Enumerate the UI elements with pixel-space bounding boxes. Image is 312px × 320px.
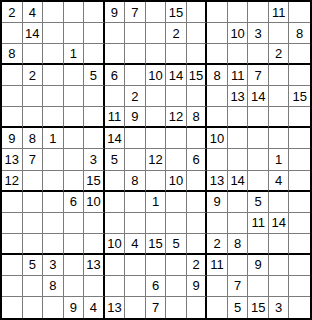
cell-r5c2-empty[interactable] [23,86,44,107]
cell-r3c6-empty[interactable] [105,44,126,65]
cell-r2c15-given-8[interactable]: 8 [289,23,310,44]
cell-r12c9-given-5[interactable]: 5 [166,234,187,255]
cell-r1c15-empty[interactable] [289,2,310,23]
cell-r4c1-empty[interactable] [2,65,23,86]
cell-r11c10-empty[interactable] [187,213,208,234]
cell-r13c11-given-11[interactable]: 11 [207,255,228,276]
cell-r5c12-given-13[interactable]: 13 [228,86,249,107]
cell-r3c15-empty[interactable] [289,44,310,65]
cell-r9c9-given-10[interactable]: 10 [166,171,187,192]
cell-r15c5-given-4[interactable]: 4 [84,297,105,318]
cell-r15c10-empty[interactable] [187,297,208,318]
cell-r3c7-empty[interactable] [125,44,146,65]
cell-r13c14-empty[interactable] [269,255,290,276]
cell-r9c5-given-15[interactable]: 15 [84,171,105,192]
cell-r1c3-empty[interactable] [43,2,64,23]
cell-r1c9-given-15[interactable]: 15 [166,2,187,23]
cell-r13c12-empty[interactable] [228,255,249,276]
cell-r14c7-empty[interactable] [125,276,146,297]
cell-r9c15-empty[interactable] [289,171,310,192]
cell-r10c14-empty[interactable] [269,192,290,213]
cell-r2c8-empty[interactable] [146,23,167,44]
cell-r14c12-given-7[interactable]: 7 [228,276,249,297]
cell-r8c12-empty[interactable] [228,149,249,170]
cell-r3c8-empty[interactable] [146,44,167,65]
cell-r11c5-empty[interactable] [84,213,105,234]
cell-r11c4-empty[interactable] [64,213,85,234]
cell-r8c9-empty[interactable] [166,149,187,170]
cell-r5c14-empty[interactable] [269,86,290,107]
sudoku-puzzle: 2497151114210388122561014158117213141511… [0,0,312,320]
cell-r4c4-empty[interactable] [64,65,85,86]
cell-r15c7-empty[interactable] [125,297,146,318]
cell-r3c2-empty[interactable] [23,44,44,65]
cell-r6c6-given-11[interactable]: 11 [105,107,126,128]
cell-r8c7-empty[interactable] [125,149,146,170]
cell-r5c10-empty[interactable] [187,86,208,107]
cell-r6c1-empty[interactable] [2,107,23,128]
cell-r4c10-given-15[interactable]: 15 [187,65,208,86]
cell-r10c7-empty[interactable] [125,192,146,213]
cell-r5c6-empty[interactable] [105,86,126,107]
cell-r9c12-given-14[interactable]: 14 [228,171,249,192]
cell-r9c2-empty[interactable] [23,171,44,192]
cell-r6c7-given-9[interactable]: 9 [125,107,146,128]
cell-r15c15-empty[interactable] [289,297,310,318]
cell-r7c14-empty[interactable] [269,128,290,149]
cell-r8c4-empty[interactable] [64,149,85,170]
cell-r4c3-empty[interactable] [43,65,64,86]
cell-r12c10-empty[interactable] [187,234,208,255]
cell-r2c2-given-14[interactable]: 14 [23,23,44,44]
cell-r13c4-empty[interactable] [64,255,85,276]
cell-r3c4-given-1[interactable]: 1 [64,44,85,65]
cell-r7c11-given-10[interactable]: 10 [207,128,228,149]
cell-r8c8-given-12[interactable]: 12 [146,149,167,170]
cell-r12c13-empty[interactable] [248,234,269,255]
cell-r5c3-empty[interactable] [43,86,64,107]
cell-r11c6-empty[interactable] [105,213,126,234]
cell-r4c12-given-11[interactable]: 11 [228,65,249,86]
cell-r2c1-empty[interactable] [2,23,23,44]
cell-r4c11-given-8[interactable]: 8 [207,65,228,86]
cell-r8c5-given-3[interactable]: 3 [84,149,105,170]
cell-r7c5-empty[interactable] [84,128,105,149]
cell-r11c13-given-11[interactable]: 11 [248,213,269,234]
cell-r3c13-empty[interactable] [248,44,269,65]
cell-r5c4-empty[interactable] [64,86,85,107]
cell-r5c8-empty[interactable] [146,86,167,107]
cell-r12c12-given-8[interactable]: 8 [228,234,249,255]
cell-r14c13-empty[interactable] [248,276,269,297]
cell-r10c4-given-6[interactable]: 6 [64,192,85,213]
cell-r9c13-empty[interactable] [248,171,269,192]
cell-r13c15-empty[interactable] [289,255,310,276]
cell-r3c14-given-2[interactable]: 2 [269,44,290,65]
cell-r14c14-empty[interactable] [269,276,290,297]
cell-r15c3-empty[interactable] [43,297,64,318]
cell-r15c4-given-9[interactable]: 9 [64,297,85,318]
cell-r1c10-empty[interactable] [187,2,208,23]
cell-r4c5-given-5[interactable]: 5 [84,65,105,86]
cell-r11c11-empty[interactable] [207,213,228,234]
cell-r2c3-empty[interactable] [43,23,64,44]
cell-r10c9-empty[interactable] [166,192,187,213]
cell-r10c15-empty[interactable] [289,192,310,213]
cell-r1c8-empty[interactable] [146,2,167,23]
cell-r11c1-empty[interactable] [2,213,23,234]
cell-r3c9-empty[interactable] [166,44,187,65]
cell-r7c6-given-14[interactable]: 14 [105,128,126,149]
cell-r7c10-empty[interactable] [187,128,208,149]
cell-r1c6-given-9[interactable]: 9 [105,2,126,23]
cell-r1c11-empty[interactable] [207,2,228,23]
cell-r11c7-empty[interactable] [125,213,146,234]
cell-r6c4-empty[interactable] [64,107,85,128]
sudoku-board: 2497151114210388122561014158117213141511… [0,0,312,320]
cell-r14c10-given-9[interactable]: 9 [187,276,208,297]
cell-r13c2-given-5[interactable]: 5 [23,255,44,276]
cell-r2c13-given-3[interactable]: 3 [248,23,269,44]
cell-r13c13-given-9[interactable]: 9 [248,255,269,276]
cell-r13c10-given-2[interactable]: 2 [187,255,208,276]
cell-r15c1-empty[interactable] [2,297,23,318]
cell-r9c6-empty[interactable] [105,171,126,192]
cell-r10c3-empty[interactable] [43,192,64,213]
cell-r11c14-given-14[interactable]: 14 [269,213,290,234]
cell-r6c9-given-12[interactable]: 12 [166,107,187,128]
cell-r13c5-given-13[interactable]: 13 [84,255,105,276]
cell-r7c4-empty[interactable] [64,128,85,149]
cell-r14c15-empty[interactable] [289,276,310,297]
cell-r7c7-empty[interactable] [125,128,146,149]
cell-r2c9-given-2[interactable]: 2 [166,23,187,44]
cell-r9c14-given-4[interactable]: 4 [269,171,290,192]
cell-r1c1-given-2[interactable]: 2 [2,2,23,23]
cell-r14c2-empty[interactable] [23,276,44,297]
cell-r14c5-empty[interactable] [84,276,105,297]
cell-r3c1-given-8[interactable]: 8 [2,44,23,65]
cell-r8c10-given-6[interactable]: 6 [187,149,208,170]
cell-r10c6-empty[interactable] [105,192,126,213]
cell-r5c11-empty[interactable] [207,86,228,107]
cell-r2c7-empty[interactable] [125,23,146,44]
cell-r8c15-empty[interactable] [289,149,310,170]
cell-r15c8-given-7[interactable]: 7 [146,297,167,318]
cell-r12c14-empty[interactable] [269,234,290,255]
cell-r12c3-empty[interactable] [43,234,64,255]
cell-r8c3-empty[interactable] [43,149,64,170]
cell-r11c12-empty[interactable] [228,213,249,234]
cell-r13c1-empty[interactable] [2,255,23,276]
cell-r12c4-empty[interactable] [64,234,85,255]
cell-r15c14-given-3[interactable]: 3 [269,297,290,318]
cell-r3c11-empty[interactable] [207,44,228,65]
cell-r7c8-empty[interactable] [146,128,167,149]
cell-r12c2-empty[interactable] [23,234,44,255]
cell-r12c8-given-15[interactable]: 15 [146,234,167,255]
cell-r9c3-empty[interactable] [43,171,64,192]
cell-r1c7-given-7[interactable]: 7 [125,2,146,23]
cell-r13c6-empty[interactable] [105,255,126,276]
cell-r10c12-empty[interactable] [228,192,249,213]
cell-r14c3-given-8[interactable]: 8 [43,276,64,297]
cell-r6c13-empty[interactable] [248,107,269,128]
cell-r15c9-empty[interactable] [166,297,187,318]
cell-r6c12-empty[interactable] [228,107,249,128]
cell-r15c13-given-15[interactable]: 15 [248,297,269,318]
cell-r12c7-given-4[interactable]: 4 [125,234,146,255]
cell-r5c7-given-2[interactable]: 2 [125,86,146,107]
cell-r14c6-empty[interactable] [105,276,126,297]
cell-r14c4-empty[interactable] [64,276,85,297]
cell-r1c12-empty[interactable] [228,2,249,23]
cell-r11c15-empty[interactable] [289,213,310,234]
cell-r3c5-empty[interactable] [84,44,105,65]
cell-r12c11-given-2[interactable]: 2 [207,234,228,255]
cell-r8c11-empty[interactable] [207,149,228,170]
cell-r7c1-given-9[interactable]: 9 [2,128,23,149]
cell-r1c5-empty[interactable] [84,2,105,23]
cell-r8c2-given-7[interactable]: 7 [23,149,44,170]
cell-r12c6-given-10[interactable]: 10 [105,234,126,255]
cell-r7c12-empty[interactable] [228,128,249,149]
cell-r15c6-given-13[interactable]: 13 [105,297,126,318]
cell-r4c2-given-2[interactable]: 2 [23,65,44,86]
cell-r11c3-empty[interactable] [43,213,64,234]
cell-r12c5-empty[interactable] [84,234,105,255]
cell-r13c3-given-3[interactable]: 3 [43,255,64,276]
cell-r2c12-given-10[interactable]: 10 [228,23,249,44]
cell-r6c10-given-8[interactable]: 8 [187,107,208,128]
cell-r2c4-empty[interactable] [64,23,85,44]
cell-r8c1-given-13[interactable]: 13 [2,149,23,170]
cell-r6c2-empty[interactable] [23,107,44,128]
cell-r8c13-empty[interactable] [248,149,269,170]
cell-r11c8-empty[interactable] [146,213,167,234]
cell-r11c2-empty[interactable] [23,213,44,234]
cell-r12c1-empty[interactable] [2,234,23,255]
cell-r2c6-empty[interactable] [105,23,126,44]
cell-r8c6-given-5[interactable]: 5 [105,149,126,170]
cell-r12c15-empty[interactable] [289,234,310,255]
cell-r6c3-empty[interactable] [43,107,64,128]
cell-r5c13-given-14[interactable]: 14 [248,86,269,107]
cell-r4c15-empty[interactable] [289,65,310,86]
cell-r4c6-given-6[interactable]: 6 [105,65,126,86]
cell-r9c8-empty[interactable] [146,171,167,192]
cell-r4c13-given-7[interactable]: 7 [248,65,269,86]
cell-r15c2-empty[interactable] [23,297,44,318]
cell-r4c14-empty[interactable] [269,65,290,86]
cell-r1c14-given-11[interactable]: 11 [269,2,290,23]
cell-r3c3-empty[interactable] [43,44,64,65]
cell-r2c5-empty[interactable] [84,23,105,44]
cell-r8c14-given-1[interactable]: 1 [269,149,290,170]
cell-r1c2-given-4[interactable]: 4 [23,2,44,23]
cell-r10c1-empty[interactable] [2,192,23,213]
cell-r7c9-empty[interactable] [166,128,187,149]
cell-r6c5-empty[interactable] [84,107,105,128]
cell-r7c3-given-1[interactable]: 1 [43,128,64,149]
cell-r4c7-empty[interactable] [125,65,146,86]
cell-r14c1-empty[interactable] [2,276,23,297]
cell-r5c5-empty[interactable] [84,86,105,107]
cell-r5c9-empty[interactable] [166,86,187,107]
cell-r15c12-given-5[interactable]: 5 [228,297,249,318]
cell-r7c13-empty[interactable] [248,128,269,149]
cell-r14c11-empty[interactable] [207,276,228,297]
cell-r4c8-given-10[interactable]: 10 [146,65,167,86]
cell-r14c9-empty[interactable] [166,276,187,297]
cell-r10c10-empty[interactable] [187,192,208,213]
cell-r10c5-given-10[interactable]: 10 [84,192,105,213]
cell-r3c10-empty[interactable] [187,44,208,65]
cell-r2c10-empty[interactable] [187,23,208,44]
cell-r2c11-empty[interactable] [207,23,228,44]
cell-r6c15-empty[interactable] [289,107,310,128]
cell-r9c7-given-8[interactable]: 8 [125,171,146,192]
cell-r6c8-empty[interactable] [146,107,167,128]
cell-r13c9-empty[interactable] [166,255,187,276]
cell-r14c8-given-6[interactable]: 6 [146,276,167,297]
cell-r7c2-given-8[interactable]: 8 [23,128,44,149]
cell-r9c1-given-12[interactable]: 12 [2,171,23,192]
cell-r9c10-empty[interactable] [187,171,208,192]
cell-r1c13-empty[interactable] [248,2,269,23]
cell-r10c8-given-1[interactable]: 1 [146,192,167,213]
cell-r5c1-empty[interactable] [2,86,23,107]
cell-r3c12-empty[interactable] [228,44,249,65]
cell-r10c13-given-5[interactable]: 5 [248,192,269,213]
cell-r13c8-empty[interactable] [146,255,167,276]
cell-r5c15-given-15[interactable]: 15 [289,86,310,107]
cell-r10c2-empty[interactable] [23,192,44,213]
cell-r11c9-empty[interactable] [166,213,187,234]
cell-r13c7-empty[interactable] [125,255,146,276]
cell-r6c11-empty[interactable] [207,107,228,128]
cell-r2c14-empty[interactable] [269,23,290,44]
cell-r10c11-given-9[interactable]: 9 [207,192,228,213]
cell-r1c4-empty[interactable] [64,2,85,23]
cell-r4c9-given-14[interactable]: 14 [166,65,187,86]
cell-r9c4-empty[interactable] [64,171,85,192]
cell-r6c14-empty[interactable] [269,107,290,128]
cell-r9c11-given-13[interactable]: 13 [207,171,228,192]
cell-r7c15-empty[interactable] [289,128,310,149]
cell-r15c11-empty[interactable] [207,297,228,318]
